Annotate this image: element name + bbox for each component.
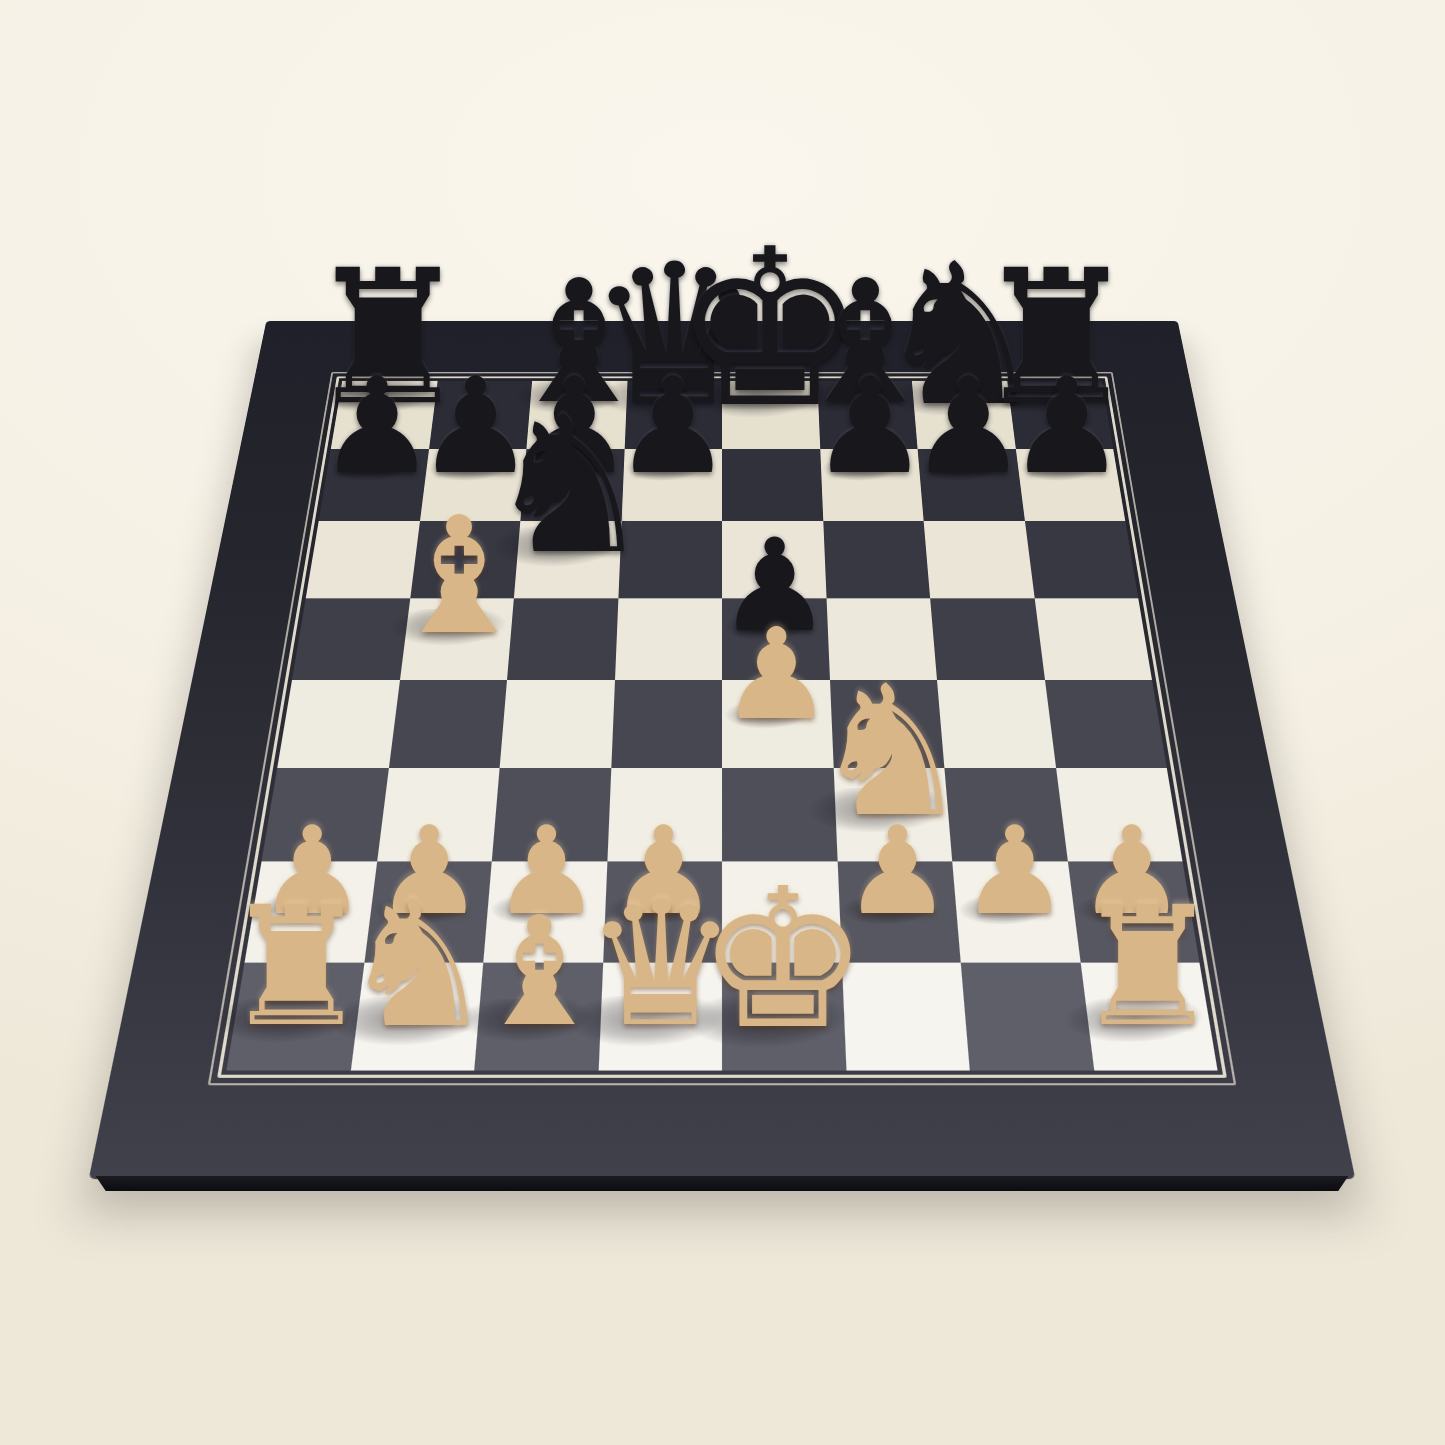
square-b4[interactable] bbox=[388, 680, 507, 768]
piece-white-king[interactable]: ♚ bbox=[663, 863, 903, 1056]
square-g6[interactable] bbox=[924, 521, 1035, 598]
piece-white-rook[interactable]: ♜ bbox=[1028, 885, 1268, 1050]
square-h5[interactable] bbox=[1034, 598, 1152, 680]
piece-white-bishop[interactable]: ♝ bbox=[339, 496, 579, 657]
square-h6[interactable] bbox=[1024, 521, 1138, 598]
piece-black-pawn[interactable]: ♟ bbox=[947, 360, 1187, 492]
square-c4[interactable] bbox=[500, 680, 615, 768]
square-h4[interactable] bbox=[1045, 680, 1167, 768]
board-edge bbox=[88, 1176, 1356, 1191]
square-a4[interactable] bbox=[277, 680, 399, 768]
chessboard-photo: ♜♝♛♚♝♞♜♟♟♟♟♟♟♟♞♝♟♟♞♟♟♟♟♟♟♟♜♞♝♛♚♜ bbox=[0, 0, 1445, 1445]
